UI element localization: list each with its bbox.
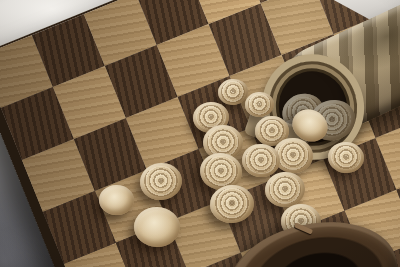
plain-face [101, 187, 131, 213]
concentric-rings [213, 187, 251, 220]
photo-stage [0, 0, 400, 267]
concentric-rings [276, 140, 311, 171]
concentric-rings [244, 145, 278, 175]
concentric-rings [267, 173, 302, 204]
plain-face [137, 210, 176, 244]
concentric-rings [202, 154, 240, 189]
concentric-rings [220, 80, 247, 104]
checker-piece-blank[interactable] [98, 185, 134, 216]
concentric-rings [330, 143, 362, 171]
concentric-rings [246, 93, 271, 115]
concentric-rings [142, 164, 180, 198]
